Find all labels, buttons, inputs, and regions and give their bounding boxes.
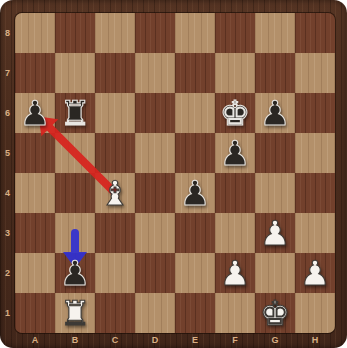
- black-rook[interactable]: ♜: [55, 93, 95, 133]
- square-h8[interactable]: [295, 13, 335, 53]
- square-c4[interactable]: ♝: [95, 173, 135, 213]
- square-b5[interactable]: [55, 133, 95, 173]
- square-a3[interactable]: [15, 213, 55, 253]
- square-g5[interactable]: [255, 133, 295, 173]
- square-h4[interactable]: [295, 173, 335, 213]
- square-h3[interactable]: [295, 213, 335, 253]
- square-b4[interactable]: [55, 173, 95, 213]
- square-h2[interactable]: ♟: [295, 253, 335, 293]
- white-pawn[interactable]: ♟: [295, 253, 335, 293]
- square-c2[interactable]: [95, 253, 135, 293]
- square-a5[interactable]: [15, 133, 55, 173]
- square-h7[interactable]: [295, 53, 335, 93]
- square-e8[interactable]: [175, 13, 215, 53]
- square-f2[interactable]: ♟: [215, 253, 255, 293]
- square-f5[interactable]: ♟: [215, 133, 255, 173]
- square-g6[interactable]: ♟: [255, 93, 295, 133]
- square-a2[interactable]: [15, 253, 55, 293]
- rank-label-5: 5: [0, 133, 15, 173]
- file-label-h: H: [295, 333, 335, 348]
- rank-label-7: 7: [0, 53, 15, 93]
- square-d5[interactable]: [135, 133, 175, 173]
- file-label-e: E: [175, 333, 215, 348]
- square-b3[interactable]: [55, 213, 95, 253]
- square-d3[interactable]: [135, 213, 175, 253]
- chessboard-widget: 87654321 ABCDEFGH ♟♜♚♟♟♝♟♟♟♟♟♜♚: [0, 0, 347, 348]
- rank-label-2: 2: [0, 253, 15, 293]
- square-e4[interactable]: ♟: [175, 173, 215, 213]
- square-b6[interactable]: ♜: [55, 93, 95, 133]
- file-label-a: A: [15, 333, 55, 348]
- square-f8[interactable]: [215, 13, 255, 53]
- square-b2[interactable]: ♟: [55, 253, 95, 293]
- rank-label-6: 6: [0, 93, 15, 133]
- square-b7[interactable]: [55, 53, 95, 93]
- square-g7[interactable]: [255, 53, 295, 93]
- square-c7[interactable]: [95, 53, 135, 93]
- square-a6[interactable]: ♟: [15, 93, 55, 133]
- white-rook[interactable]: ♜: [55, 293, 95, 333]
- square-f7[interactable]: [215, 53, 255, 93]
- square-b1[interactable]: ♜: [55, 293, 95, 333]
- square-a7[interactable]: [15, 53, 55, 93]
- file-label-b: B: [55, 333, 95, 348]
- square-d8[interactable]: [135, 13, 175, 53]
- rank-label-3: 3: [0, 213, 15, 253]
- rank-label-8: 8: [0, 13, 15, 53]
- black-pawn[interactable]: ♟: [15, 93, 55, 133]
- square-d6[interactable]: [135, 93, 175, 133]
- file-label-f: F: [215, 333, 255, 348]
- black-pawn[interactable]: ♟: [215, 133, 255, 173]
- square-e2[interactable]: [175, 253, 215, 293]
- square-c8[interactable]: [95, 13, 135, 53]
- square-f6[interactable]: ♚: [215, 93, 255, 133]
- board: ♟♜♚♟♟♝♟♟♟♟♟♜♚: [15, 13, 335, 333]
- square-e6[interactable]: [175, 93, 215, 133]
- white-pawn[interactable]: ♟: [215, 253, 255, 293]
- square-g2[interactable]: [255, 253, 295, 293]
- square-f1[interactable]: [215, 293, 255, 333]
- black-king[interactable]: ♚: [215, 93, 255, 133]
- square-f3[interactable]: [215, 213, 255, 253]
- square-a8[interactable]: [15, 13, 55, 53]
- square-e7[interactable]: [175, 53, 215, 93]
- square-c3[interactable]: [95, 213, 135, 253]
- file-label-c: C: [95, 333, 135, 348]
- square-g1[interactable]: ♚: [255, 293, 295, 333]
- square-e1[interactable]: [175, 293, 215, 333]
- square-c1[interactable]: [95, 293, 135, 333]
- white-king[interactable]: ♚: [255, 293, 295, 333]
- square-g4[interactable]: [255, 173, 295, 213]
- square-e3[interactable]: [175, 213, 215, 253]
- black-pawn[interactable]: ♟: [175, 173, 215, 213]
- black-pawn[interactable]: ♟: [255, 93, 295, 133]
- file-label-d: D: [135, 333, 175, 348]
- rank-label-1: 1: [0, 293, 15, 333]
- square-c5[interactable]: [95, 133, 135, 173]
- square-d1[interactable]: [135, 293, 175, 333]
- white-bishop[interactable]: ♝: [95, 173, 135, 213]
- black-pawn[interactable]: ♟: [55, 253, 95, 293]
- board-frame: 87654321 ABCDEFGH ♟♜♚♟♟♝♟♟♟♟♟♜♚: [0, 0, 347, 348]
- square-e5[interactable]: [175, 133, 215, 173]
- square-h1[interactable]: [295, 293, 335, 333]
- square-b8[interactable]: [55, 13, 95, 53]
- square-c6[interactable]: [95, 93, 135, 133]
- square-d2[interactable]: [135, 253, 175, 293]
- square-a4[interactable]: [15, 173, 55, 213]
- square-d4[interactable]: [135, 173, 175, 213]
- square-d7[interactable]: [135, 53, 175, 93]
- square-h5[interactable]: [295, 133, 335, 173]
- square-a1[interactable]: [15, 293, 55, 333]
- square-g8[interactable]: [255, 13, 295, 53]
- square-g3[interactable]: ♟: [255, 213, 295, 253]
- rank-label-4: 4: [0, 173, 15, 213]
- square-h6[interactable]: [295, 93, 335, 133]
- square-f4[interactable]: [215, 173, 255, 213]
- file-label-g: G: [255, 333, 295, 348]
- white-pawn[interactable]: ♟: [255, 213, 295, 253]
